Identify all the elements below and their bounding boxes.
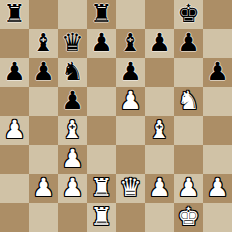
square-g1[interactable]: ♚ (174, 203, 203, 232)
square-f8[interactable] (145, 0, 174, 29)
square-f6[interactable] (145, 58, 174, 87)
white-knight: ♞ (177, 87, 199, 115)
square-e3[interactable] (116, 145, 145, 174)
white-bishop: ♝ (61, 116, 83, 144)
square-f7[interactable]: ♟ (145, 29, 174, 58)
black-rook: ♜ (90, 0, 112, 28)
square-e6[interactable]: ♟ (116, 58, 145, 87)
white-pawn: ♟ (61, 145, 83, 173)
square-d2[interactable]: ♜ (87, 174, 116, 203)
white-king: ♚ (177, 203, 199, 231)
square-b8[interactable] (29, 0, 58, 29)
black-knight: ♞ (61, 58, 83, 86)
square-d1[interactable]: ♜ (87, 203, 116, 232)
white-bishop: ♝ (148, 116, 170, 144)
white-pawn: ♟ (206, 174, 228, 202)
square-c6[interactable]: ♞ (58, 58, 87, 87)
square-f2[interactable]: ♟ (145, 174, 174, 203)
square-c7[interactable]: ♛ (58, 29, 87, 58)
square-a3[interactable] (0, 145, 29, 174)
square-g4[interactable] (174, 116, 203, 145)
square-e1[interactable] (116, 203, 145, 232)
square-f1[interactable] (145, 203, 174, 232)
black-rook: ♜ (3, 0, 25, 28)
square-f3[interactable] (145, 145, 174, 174)
square-d4[interactable] (87, 116, 116, 145)
square-g7[interactable]: ♟ (174, 29, 203, 58)
square-b4[interactable] (29, 116, 58, 145)
white-pawn: ♟ (61, 174, 83, 202)
square-d6[interactable] (87, 58, 116, 87)
square-e5[interactable]: ♟ (116, 87, 145, 116)
white-queen: ♛ (119, 174, 141, 202)
white-pawn: ♟ (148, 174, 170, 202)
square-h3[interactable] (203, 145, 232, 174)
black-pawn: ♟ (148, 29, 170, 57)
white-rook: ♜ (90, 203, 112, 231)
square-e2[interactable]: ♛ (116, 174, 145, 203)
square-h2[interactable]: ♟ (203, 174, 232, 203)
square-g2[interactable]: ♟ (174, 174, 203, 203)
square-a5[interactable] (0, 87, 29, 116)
square-c1[interactable] (58, 203, 87, 232)
black-bishop: ♝ (119, 29, 141, 57)
square-a2[interactable] (0, 174, 29, 203)
white-pawn: ♟ (32, 174, 54, 202)
square-f5[interactable] (145, 87, 174, 116)
black-pawn: ♟ (119, 58, 141, 86)
square-h7[interactable] (203, 29, 232, 58)
black-pawn: ♟ (177, 29, 199, 57)
square-d3[interactable] (87, 145, 116, 174)
square-c2[interactable]: ♟ (58, 174, 87, 203)
square-b3[interactable] (29, 145, 58, 174)
square-d8[interactable]: ♜ (87, 0, 116, 29)
square-h4[interactable] (203, 116, 232, 145)
square-h5[interactable] (203, 87, 232, 116)
square-a8[interactable]: ♜ (0, 0, 29, 29)
white-pawn: ♟ (119, 87, 141, 115)
square-c8[interactable] (58, 0, 87, 29)
square-g3[interactable] (174, 145, 203, 174)
square-f4[interactable]: ♝ (145, 116, 174, 145)
square-b1[interactable] (29, 203, 58, 232)
square-g6[interactable] (174, 58, 203, 87)
chess-board: ♜♜♚♝♛♟♝♟♟♟♟♞♟♟♟♟♞♟♝♝♟♟♟♜♛♟♟♟♜♚ (0, 0, 232, 232)
square-d7[interactable]: ♟ (87, 29, 116, 58)
white-pawn: ♟ (177, 174, 199, 202)
square-a6[interactable]: ♟ (0, 58, 29, 87)
square-c3[interactable]: ♟ (58, 145, 87, 174)
black-pawn: ♟ (90, 29, 112, 57)
square-g8[interactable]: ♚ (174, 0, 203, 29)
square-e4[interactable] (116, 116, 145, 145)
white-pawn: ♟ (3, 116, 25, 144)
square-e7[interactable]: ♝ (116, 29, 145, 58)
white-rook: ♜ (90, 174, 112, 202)
black-queen: ♛ (61, 29, 83, 57)
square-a7[interactable] (0, 29, 29, 58)
square-d5[interactable] (87, 87, 116, 116)
square-c4[interactable]: ♝ (58, 116, 87, 145)
square-h8[interactable] (203, 0, 232, 29)
square-h6[interactable]: ♟ (203, 58, 232, 87)
square-h1[interactable] (203, 203, 232, 232)
square-a1[interactable] (0, 203, 29, 232)
black-pawn: ♟ (61, 87, 83, 115)
square-b6[interactable]: ♟ (29, 58, 58, 87)
square-b5[interactable] (29, 87, 58, 116)
black-pawn: ♟ (3, 58, 25, 86)
square-b7[interactable]: ♝ (29, 29, 58, 58)
square-g5[interactable]: ♞ (174, 87, 203, 116)
square-e8[interactable] (116, 0, 145, 29)
square-c5[interactable]: ♟ (58, 87, 87, 116)
square-b2[interactable]: ♟ (29, 174, 58, 203)
black-bishop: ♝ (32, 29, 54, 57)
square-a4[interactable]: ♟ (0, 116, 29, 145)
black-king: ♚ (177, 0, 199, 28)
black-pawn: ♟ (32, 58, 54, 86)
black-pawn: ♟ (206, 58, 228, 86)
